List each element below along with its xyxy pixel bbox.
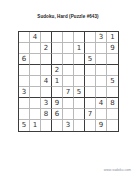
- cell-r2c5: [63, 43, 74, 54]
- cell-r6c9: [107, 87, 118, 98]
- cell-r7c2: [30, 98, 41, 109]
- cell-r3c5: [63, 54, 74, 65]
- cell-r2c1: [19, 43, 30, 54]
- cell-r5c3: 4: [41, 76, 52, 87]
- cell-r7c8: 4: [96, 98, 107, 109]
- cell-r8c1: [19, 109, 30, 120]
- cell-r8c7: 7: [85, 109, 96, 120]
- cell-r6c7: [85, 87, 96, 98]
- cell-r8c3: 8: [41, 109, 52, 120]
- cell-r8c8: [96, 109, 107, 120]
- cell-r1c4: [52, 32, 63, 43]
- cell-r1c8: 3: [96, 32, 107, 43]
- cell-r7c9: 8: [107, 98, 118, 109]
- cell-r5c5: [63, 76, 74, 87]
- cell-r9c9: [107, 120, 118, 131]
- cell-r3c2: [30, 54, 41, 65]
- cell-r9c5: 3: [63, 120, 74, 131]
- cell-r5c6: [74, 76, 85, 87]
- cell-r7c5: [63, 98, 74, 109]
- cell-r6c4: [52, 87, 63, 98]
- cell-r7c7: [85, 98, 96, 109]
- cell-r8c4: 6: [52, 109, 63, 120]
- cell-r3c6: [74, 54, 85, 65]
- cell-r8c5: [63, 109, 74, 120]
- cell-r1c3: [41, 32, 52, 43]
- cell-r3c4: [52, 54, 63, 65]
- cell-r3c3: [41, 54, 52, 65]
- cell-r2c7: [85, 43, 96, 54]
- cell-r2c4: [52, 43, 63, 54]
- cell-r9c3: [41, 120, 52, 131]
- cell-r5c8: [96, 76, 107, 87]
- cell-r4c9: [107, 65, 118, 76]
- cell-r6c6: 5: [74, 87, 85, 98]
- cell-r6c3: [41, 87, 52, 98]
- cell-r3c9: [107, 54, 118, 65]
- cell-r5c7: [85, 76, 96, 87]
- cell-r1c2: 4: [30, 32, 41, 43]
- cell-r8c6: [74, 109, 85, 120]
- cell-r4c5: [63, 65, 74, 76]
- cell-r7c4: 9: [52, 98, 63, 109]
- cell-r5c9: 5: [107, 76, 118, 87]
- cell-r9c7: [85, 120, 96, 131]
- page-title: Sudoku, Hard (Puzzle #643): [0, 14, 136, 19]
- cell-r7c3: 3: [41, 98, 52, 109]
- cell-r6c1: 3: [19, 87, 30, 98]
- cell-r1c5: [63, 32, 74, 43]
- footer-link: www.sudoku.com: [104, 168, 131, 172]
- cell-r2c3: 2: [41, 43, 52, 54]
- cell-r2c9: 9: [107, 43, 118, 54]
- printable-sudoku-page: Sudoku, Hard (Puzzle #643) 4312196524153…: [0, 0, 136, 176]
- cell-r4c1: [19, 65, 30, 76]
- cell-r2c2: [30, 43, 41, 54]
- cell-r6c8: [96, 87, 107, 98]
- cell-r9c1: 5: [19, 120, 30, 131]
- cell-r5c1: [19, 76, 30, 87]
- cell-r7c6: [74, 98, 85, 109]
- cell-r5c4: 1: [52, 76, 63, 87]
- cell-r4c2: [30, 65, 41, 76]
- cell-r1c1: [19, 32, 30, 43]
- cell-r1c6: [74, 32, 85, 43]
- cell-r1c7: [85, 32, 96, 43]
- cell-r3c1: 6: [19, 54, 30, 65]
- cell-r3c8: [96, 54, 107, 65]
- cell-r9c6: [74, 120, 85, 131]
- cell-r4c3: [41, 65, 52, 76]
- cell-r2c8: [96, 43, 107, 54]
- cell-r2c6: 1: [74, 43, 85, 54]
- cell-r9c8: 9: [96, 120, 107, 131]
- cell-r4c4: 2: [52, 65, 63, 76]
- cell-r8c9: [107, 109, 118, 120]
- cell-r9c4: [52, 120, 63, 131]
- cell-r9c2: 1: [30, 120, 41, 131]
- cell-r8c2: [30, 109, 41, 120]
- cell-r3c7: 5: [85, 54, 96, 65]
- sudoku-board: 43121965241537539488675139: [18, 31, 119, 132]
- cell-r5c2: [30, 76, 41, 87]
- cell-r4c6: [74, 65, 85, 76]
- cell-r7c1: [19, 98, 30, 109]
- cell-r6c5: 7: [63, 87, 74, 98]
- cell-r1c9: 1: [107, 32, 118, 43]
- cell-r4c8: [96, 65, 107, 76]
- cell-r6c2: [30, 87, 41, 98]
- cell-r4c7: [85, 65, 96, 76]
